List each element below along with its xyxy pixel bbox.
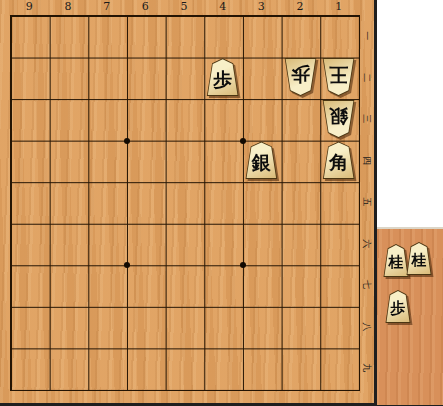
board-cell-3-5[interactable] [243,182,282,224]
board-cell-1-6[interactable] [320,224,359,266]
board-cell-9-9[interactable] [11,348,50,390]
board-cell-9-4[interactable] [11,141,50,183]
board-cell-5-2[interactable] [166,58,205,100]
shogi-board-panel: 987654321 一二三四五六七八九 歩歩王銀銀角 [0,0,377,406]
piece-face: 銀 [246,142,277,178]
board-cell-8-2[interactable] [50,58,89,100]
hand-piece-knight-1[interactable]: 桂 [406,242,432,275]
board-piece-king-1二[interactable]: 王 [322,58,355,96]
board-piece-silver-3四[interactable]: 銀 [245,141,278,179]
board-cell-7-7[interactable] [88,265,127,307]
piece-body: 歩 [206,58,239,96]
board-cell-6-1[interactable] [127,16,166,58]
board-cell-8-3[interactable] [50,99,89,141]
board-cell-7-9[interactable] [88,348,127,390]
board-cell-7-1[interactable] [88,16,127,58]
board-cell-9-6[interactable] [11,224,50,266]
board-cell-9-5[interactable] [11,182,50,224]
piece-kanji: 歩 [291,62,310,88]
file-labels: 987654321 [10,0,358,14]
board-cell-2-7[interactable] [282,265,321,307]
file-label-8: 8 [49,0,88,14]
board-cell-5-6[interactable] [166,224,205,266]
piece-kanji: 桂 [412,251,427,270]
board-cell-6-8[interactable] [127,307,166,349]
board-cell-3-1[interactable] [243,16,282,58]
file-label-9: 9 [10,0,49,14]
board-cell-2-3[interactable] [282,99,321,141]
board-cell-4-4[interactable] [204,141,243,183]
board-cell-7-3[interactable] [88,99,127,141]
board-cell-4-6[interactable] [204,224,243,266]
board-cell-8-5[interactable] [50,182,89,224]
board-cell-1-7[interactable] [320,265,359,307]
board-cell-4-9[interactable] [204,348,243,390]
board-cell-5-8[interactable] [166,307,205,349]
file-label-6: 6 [126,0,165,14]
board-cell-8-7[interactable] [50,265,89,307]
board-cell-7-8[interactable] [88,307,127,349]
piece-kanji: 銀 [252,150,271,176]
file-label-3: 3 [242,0,281,14]
board-cell-7-2[interactable] [88,58,127,100]
board-cell-8-6[interactable] [50,224,89,266]
piece-kanji: 桂 [389,253,404,272]
board-cell-5-7[interactable] [166,265,205,307]
board-cell-8-4[interactable] [50,141,89,183]
board-cell-3-8[interactable] [243,307,282,349]
board-cell-5-9[interactable] [166,348,205,390]
board-cell-6-9[interactable] [127,348,166,390]
board-cell-6-6[interactable] [127,224,166,266]
board-cell-5-3[interactable] [166,99,205,141]
file-label-2: 2 [281,0,320,14]
board-cell-2-5[interactable] [282,182,321,224]
board-cell-3-3[interactable] [243,99,282,141]
board-cell-4-7[interactable] [204,265,243,307]
piece-kanji: 歩 [391,299,406,318]
board-cell-7-5[interactable] [88,182,127,224]
board-cell-1-1[interactable] [320,16,359,58]
rank-labels: 一二三四五六七八九 [358,15,374,389]
file-label-5: 5 [165,0,204,14]
board-cell-8-8[interactable] [50,307,89,349]
board-cell-4-8[interactable] [204,307,243,349]
board-piece-pawn-4二[interactable]: 歩 [206,58,239,96]
piece-kanji: 角 [329,150,348,176]
board-piece-silver-1三[interactable]: 銀 [322,100,355,138]
komadai-sente-hand: 桂桂歩 [377,227,443,406]
board-cell-3-9[interactable] [243,348,282,390]
board-cell-8-9[interactable] [50,348,89,390]
board-cell-9-2[interactable] [11,58,50,100]
piece-body: 歩 [385,290,411,323]
board-cell-6-4[interactable] [127,141,166,183]
board-cell-2-8[interactable] [282,307,321,349]
file-label-4: 4 [203,0,242,14]
board-cell-9-8[interactable] [11,307,50,349]
star-point [124,138,130,144]
board-cell-3-7[interactable] [243,265,282,307]
board-cell-2-1[interactable] [282,16,321,58]
board-cell-2-9[interactable] [282,348,321,390]
board-cell-4-1[interactable] [204,16,243,58]
board-cell-9-3[interactable] [11,99,50,141]
piece-body: 王 [322,58,355,96]
board-cell-6-5[interactable] [127,182,166,224]
piece-body: 桂 [406,242,432,275]
board-cell-5-4[interactable] [166,141,205,183]
board-cell-6-7[interactable] [127,265,166,307]
board-cell-1-5[interactable] [320,182,359,224]
board-cell-4-3[interactable] [204,99,243,141]
piece-face: 角 [323,142,354,178]
board-cell-9-1[interactable] [11,16,50,58]
piece-body: 角 [322,141,355,179]
board-cell-7-4[interactable] [88,141,127,183]
piece-kanji: 王 [329,62,348,88]
hand-piece-pawn-2[interactable]: 歩 [385,290,411,323]
file-label-7: 7 [87,0,126,14]
board-cell-8-1[interactable] [50,16,89,58]
board-cell-6-3[interactable] [127,99,166,141]
board-cell-1-8[interactable] [320,307,359,349]
piece-kanji: 歩 [213,67,232,93]
piece-body: 銀 [245,141,278,179]
board-cell-5-1[interactable] [166,16,205,58]
file-label-1: 1 [319,0,358,14]
board-cell-1-9[interactable] [320,348,359,390]
piece-body: 銀 [322,100,355,138]
board-cell-9-7[interactable] [11,265,50,307]
piece-kanji: 銀 [329,103,348,129]
board-cell-5-5[interactable] [166,182,205,224]
board-cell-7-6[interactable] [88,224,127,266]
board-cell-2-6[interactable] [282,224,321,266]
piece-face: 歩 [207,59,238,95]
board-cell-6-2[interactable] [127,58,166,100]
board-cell-2-4[interactable] [282,141,321,183]
board-cell-3-2[interactable] [243,58,282,100]
board-cell-3-6[interactable] [243,224,282,266]
board-piece-bishop-1四[interactable]: 角 [322,141,355,179]
board-piece-pawn-2二[interactable]: 歩 [284,58,317,96]
piece-body: 歩 [284,58,317,96]
board-cell-4-5[interactable] [204,182,243,224]
